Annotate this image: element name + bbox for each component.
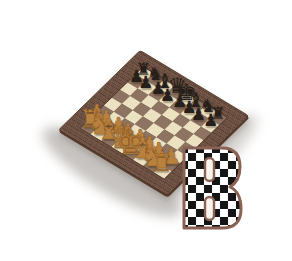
brand-logo-b: [180, 145, 244, 231]
logo-counter-top: [205, 158, 214, 181]
logo-counter-bottom: [205, 197, 214, 220]
product-photo: ♜♞♝♛♚♝♞♜♟♟♟♟♟♟♟♟♟♟♟♟♟♟♟♟♜♞♝♛♚♝♞♜: [0, 0, 292, 261]
logo-letter-b-graphic: [180, 145, 244, 231]
